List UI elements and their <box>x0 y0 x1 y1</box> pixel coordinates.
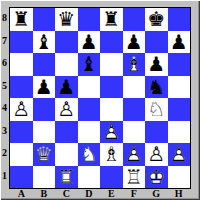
square-g5[interactable]: ♞ <box>145 76 168 99</box>
piece-white-pawn-outline: ♙ <box>10 98 33 121</box>
square-b8[interactable] <box>33 8 56 31</box>
square-h8[interactable] <box>168 8 191 31</box>
file-label-e: E <box>100 189 123 199</box>
square-a7[interactable] <box>10 31 33 54</box>
square-a1[interactable] <box>10 166 33 189</box>
square-b7[interactable]: ♝ <box>33 31 56 54</box>
square-f4[interactable] <box>123 98 146 121</box>
piece-black-rook: ♜ <box>10 8 33 31</box>
square-c1[interactable]: ♜♖ <box>55 166 78 189</box>
piece-white-pawn-outline: ♙ <box>123 143 146 166</box>
square-b1[interactable] <box>33 166 56 189</box>
rank-label-1: 1 <box>0 165 9 188</box>
square-a3[interactable] <box>10 121 33 144</box>
square-c3[interactable] <box>55 121 78 144</box>
square-h6[interactable] <box>168 53 191 76</box>
piece-black-pawn: ♟ <box>33 76 56 99</box>
square-g8[interactable]: ♚ <box>145 8 168 31</box>
piece-white-pawn-outline: ♙ <box>145 143 168 166</box>
piece-black-king: ♚ <box>145 8 168 31</box>
square-e3[interactable]: ♟♙ <box>100 121 123 144</box>
piece-white-king-outline: ♔ <box>145 166 168 189</box>
file-label-c: C <box>55 189 78 199</box>
piece-white-king: ♚ <box>145 166 168 189</box>
piece-white-rook-outline: ♖ <box>123 166 146 189</box>
file-label-g: G <box>145 189 168 199</box>
piece-white-rook-outline: ♖ <box>55 166 78 189</box>
piece-black-bishop: ♝ <box>78 53 101 76</box>
piece-white-knight-outline: ♘ <box>145 98 168 121</box>
square-g7[interactable] <box>145 31 168 54</box>
rank-label-6: 6 <box>0 52 9 75</box>
piece-white-bishop-outline: ♗ <box>100 143 123 166</box>
square-h7[interactable]: ♟ <box>168 31 191 54</box>
square-h2[interactable]: ♟♙ <box>168 143 191 166</box>
square-e2[interactable]: ♝♗ <box>100 143 123 166</box>
square-g2[interactable]: ♟♙ <box>145 143 168 166</box>
file-label-h: H <box>168 189 191 199</box>
piece-black-pawn: ♟ <box>145 53 168 76</box>
file-label-f: F <box>123 189 146 199</box>
piece-white-pawn: ♟ <box>123 143 146 166</box>
board: ♜♛♜♚♝♟♟♟♝♝♗♟♟♟♞♟♙♟♙♞♘♟♙♛♕♞♘♝♗♟♙♟♙♟♙♜♖♜♖♚… <box>9 7 191 189</box>
file-label-a: A <box>10 189 33 199</box>
square-c7[interactable] <box>55 31 78 54</box>
square-c8[interactable]: ♛ <box>55 8 78 31</box>
piece-white-knight-outline: ♘ <box>78 143 101 166</box>
square-h3[interactable] <box>168 121 191 144</box>
square-c4[interactable]: ♟♙ <box>55 98 78 121</box>
piece-black-bishop: ♝ <box>33 31 56 54</box>
square-d3[interactable] <box>78 121 101 144</box>
square-a5[interactable] <box>10 76 33 99</box>
rank-label-5: 5 <box>0 75 9 98</box>
piece-white-queen-outline: ♕ <box>33 143 56 166</box>
piece-black-pawn: ♟ <box>168 31 191 54</box>
piece-white-bishop: ♝ <box>123 53 146 76</box>
square-b3[interactable] <box>33 121 56 144</box>
piece-black-knight: ♞ <box>145 76 168 99</box>
rank-label-2: 2 <box>0 142 9 165</box>
square-e1[interactable] <box>100 166 123 189</box>
rank-label-3: 3 <box>0 120 9 143</box>
rank-label-8: 8 <box>0 7 9 30</box>
piece-white-pawn-outline: ♙ <box>55 98 78 121</box>
piece-white-rook: ♜ <box>55 166 78 189</box>
rank-label-7: 7 <box>0 30 9 53</box>
file-label-d: D <box>78 189 101 199</box>
square-h5[interactable] <box>168 76 191 99</box>
square-b4[interactable] <box>33 98 56 121</box>
square-d6[interactable]: ♝ <box>78 53 101 76</box>
square-g3[interactable] <box>145 121 168 144</box>
square-d1[interactable] <box>78 166 101 189</box>
square-g4[interactable]: ♞♘ <box>145 98 168 121</box>
piece-black-queen: ♛ <box>55 8 78 31</box>
square-d4[interactable] <box>78 98 101 121</box>
square-b6[interactable] <box>33 53 56 76</box>
piece-white-pawn: ♟ <box>145 143 168 166</box>
square-f3[interactable] <box>123 121 146 144</box>
file-label-b: B <box>33 189 56 199</box>
piece-white-knight: ♞ <box>78 143 101 166</box>
piece-white-bishop: ♝ <box>100 143 123 166</box>
square-f8[interactable] <box>123 8 146 31</box>
rank-label-4: 4 <box>0 97 9 120</box>
square-f2[interactable]: ♟♙ <box>123 143 146 166</box>
piece-white-pawn: ♟ <box>168 143 191 166</box>
square-f7[interactable]: ♟ <box>123 31 146 54</box>
square-b5[interactable]: ♟ <box>33 76 56 99</box>
piece-white-pawn: ♟ <box>10 98 33 121</box>
square-e6[interactable] <box>100 53 123 76</box>
square-f1[interactable]: ♜♖ <box>123 166 146 189</box>
square-c6[interactable] <box>55 53 78 76</box>
piece-white-pawn: ♟ <box>55 98 78 121</box>
square-c5[interactable]: ♟ <box>55 76 78 99</box>
square-g6[interactable]: ♟ <box>145 53 168 76</box>
square-f6[interactable]: ♝♗ <box>123 53 146 76</box>
square-h4[interactable] <box>168 98 191 121</box>
square-b2[interactable]: ♛♕ <box>33 143 56 166</box>
square-d7[interactable]: ♟ <box>78 31 101 54</box>
piece-black-pawn: ♟ <box>123 31 146 54</box>
piece-black-rook: ♜ <box>100 8 123 31</box>
square-e8[interactable]: ♜ <box>100 8 123 31</box>
square-h1[interactable] <box>168 166 191 189</box>
square-a2[interactable] <box>10 143 33 166</box>
piece-white-queen: ♛ <box>33 143 56 166</box>
piece-white-pawn-outline: ♙ <box>100 121 123 144</box>
square-e4[interactable] <box>100 98 123 121</box>
square-d2[interactable]: ♞♘ <box>78 143 101 166</box>
piece-white-rook: ♜ <box>123 166 146 189</box>
square-f5[interactable] <box>123 76 146 99</box>
square-e5[interactable] <box>100 76 123 99</box>
square-a8[interactable]: ♜ <box>10 8 33 31</box>
piece-black-pawn: ♟ <box>55 76 78 99</box>
piece-white-bishop-outline: ♗ <box>123 53 146 76</box>
piece-white-knight: ♞ <box>145 98 168 121</box>
piece-white-pawn: ♟ <box>100 121 123 144</box>
square-e7[interactable] <box>100 31 123 54</box>
square-g1[interactable]: ♚♔ <box>145 166 168 189</box>
piece-white-pawn-outline: ♙ <box>168 143 191 166</box>
chessboard-frame: ♜♛♜♚♝♟♟♟♝♝♗♟♟♟♞♟♙♟♙♞♘♟♙♛♕♞♘♝♗♟♙♟♙♟♙♜♖♜♖♚… <box>0 0 200 200</box>
square-c2[interactable] <box>55 143 78 166</box>
square-a4[interactable]: ♟♙ <box>10 98 33 121</box>
square-a6[interactable] <box>10 53 33 76</box>
square-d8[interactable] <box>78 8 101 31</box>
piece-black-pawn: ♟ <box>78 31 101 54</box>
square-d5[interactable] <box>78 76 101 99</box>
